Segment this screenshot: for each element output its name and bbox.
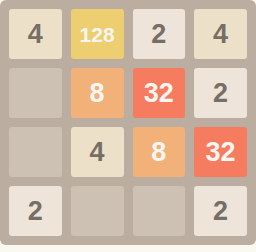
tile-32: 32 [194, 127, 247, 177]
tile-2: 2 [9, 186, 62, 236]
tile-2: 2 [194, 186, 247, 236]
tile-2: 2 [194, 68, 247, 118]
empty-cell [71, 186, 124, 236]
tile-2: 2 [133, 9, 186, 59]
tile-4: 4 [9, 9, 62, 59]
tile-32: 32 [133, 68, 186, 118]
empty-cell [9, 68, 62, 118]
tile-4: 4 [71, 127, 124, 177]
empty-cell [133, 186, 186, 236]
empty-cell [9, 127, 62, 177]
game-board-2048[interactable]: 4128248322483222 [0, 0, 256, 245]
tile-4: 4 [194, 9, 247, 59]
tile-8: 8 [71, 68, 124, 118]
tile-128: 128 [71, 9, 124, 59]
tile-8: 8 [133, 127, 186, 177]
